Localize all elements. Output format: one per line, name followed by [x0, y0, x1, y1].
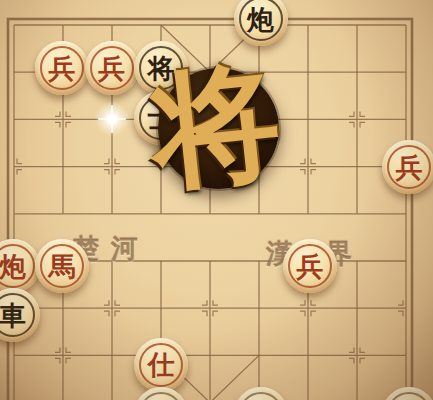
piece-glyph: 馬 — [35, 239, 89, 293]
piece-glyph: 兵 — [382, 140, 433, 194]
piece-red-soldier[interactable]: 兵 — [85, 41, 139, 95]
piece-red-horse[interactable]: 馬 — [35, 239, 89, 293]
piece-red-cannon[interactable]: 炮 — [0, 239, 40, 293]
piece-glyph: 兵 — [283, 239, 337, 293]
piece-glyph — [234, 387, 288, 400]
piece-black-cannon[interactable]: 炮 — [234, 0, 288, 46]
piece-glyph: 仕 — [134, 338, 188, 392]
piece-glyph — [382, 387, 433, 400]
piece-glyph — [134, 387, 188, 400]
piece-red-soldier[interactable]: 兵 — [283, 239, 337, 293]
piece-unknown-unknown[interactable] — [382, 387, 433, 400]
piece-red-soldier[interactable]: 兵 — [35, 41, 89, 95]
piece-glyph: 兵 — [85, 41, 139, 95]
piece-unknown-unknown[interactable] — [234, 387, 288, 400]
piece-glyph: 車 — [0, 288, 40, 342]
piece-glyph: 炮 — [0, 239, 40, 293]
piece-red-soldier[interactable]: 兵 — [382, 140, 433, 194]
piece-red-advisor[interactable]: 仕 — [134, 338, 188, 392]
piece-glyph: 炮 — [234, 0, 288, 46]
xiangqi-board[interactable]: 楚河 漢界 炮兵兵将士兵炮馬兵車仕 将 — [0, 0, 433, 400]
piece-glyph: 兵 — [35, 41, 89, 95]
piece-unknown-unknown[interactable] — [134, 387, 188, 400]
check-badge: 将 — [158, 68, 279, 189]
piece-black-chariot[interactable]: 車 — [0, 288, 40, 342]
